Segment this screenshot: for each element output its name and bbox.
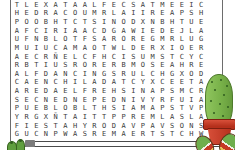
letter-cell[interactable]: F xyxy=(12,122,22,131)
letter-cell[interactable]: E xyxy=(60,53,70,62)
letter-cell[interactable]: S xyxy=(187,10,197,19)
letter-cell[interactable]: E xyxy=(148,27,158,36)
letter-cell[interactable]: U xyxy=(22,44,32,53)
letter-cell[interactable]: I xyxy=(138,10,148,19)
letter-cell[interactable]: A xyxy=(80,44,90,53)
letter-cell[interactable]: T xyxy=(80,18,90,27)
letter-cell[interactable]: P xyxy=(177,10,187,19)
letter-cell[interactable]: E xyxy=(167,1,177,10)
letter-cell[interactable]: C xyxy=(60,10,70,19)
letter-cell[interactable]: E xyxy=(157,61,167,70)
letter-cell[interactable]: A xyxy=(167,10,177,19)
letter-cell[interactable]: R xyxy=(12,61,22,70)
letter-cell[interactable]: Y xyxy=(12,113,22,122)
letter-cell[interactable]: S xyxy=(157,53,167,62)
letter-cell[interactable]: A xyxy=(90,79,100,88)
letter-cell[interactable]: E xyxy=(80,96,90,105)
letter-cell[interactable]: A xyxy=(119,27,129,36)
letter-cell[interactable]: I xyxy=(128,87,138,96)
letter-cell[interactable]: E xyxy=(99,96,109,105)
letter-cell[interactable]: A xyxy=(51,70,61,79)
letter-cell[interactable]: C xyxy=(196,53,206,62)
letter-cell[interactable]: S xyxy=(157,130,167,139)
letter-cell[interactable]: F xyxy=(90,53,100,62)
letter-cell[interactable]: M xyxy=(177,87,187,96)
letter-cell[interactable]: L xyxy=(70,53,80,62)
letter-cell[interactable]: M xyxy=(138,105,148,114)
letter-cell[interactable]: P xyxy=(138,122,148,131)
letter-cell[interactable]: I xyxy=(187,96,197,105)
letter-cell[interactable]: A xyxy=(12,27,22,36)
letter-cell[interactable]: L xyxy=(157,113,167,122)
letter-cell[interactable]: A xyxy=(12,87,22,96)
letter-cell[interactable]: M xyxy=(90,10,100,19)
letter-cell[interactable]: P xyxy=(119,113,129,122)
letter-cell[interactable]: T xyxy=(177,105,187,114)
letter-cell[interactable]: B xyxy=(157,18,167,27)
letter-cell[interactable]: C xyxy=(177,130,187,139)
letter-cell[interactable]: P xyxy=(12,105,22,114)
letter-cell[interactable]: M xyxy=(148,113,158,122)
letter-cell[interactable]: U xyxy=(51,61,61,70)
letter-cell[interactable]: M xyxy=(109,130,119,139)
letter-cell[interactable]: S xyxy=(148,61,158,70)
letter-cell[interactable]: L xyxy=(187,27,197,36)
letter-cell[interactable]: X xyxy=(138,18,148,27)
letter-cell[interactable]: I xyxy=(41,61,51,70)
letter-cell[interactable]: O xyxy=(60,105,70,114)
letter-cell[interactable]: G xyxy=(148,36,158,45)
letter-cell[interactable]: A xyxy=(80,1,90,10)
letter-cell[interactable]: T xyxy=(119,79,129,88)
letter-cell[interactable]: N xyxy=(187,122,197,131)
letter-cell[interactable]: L xyxy=(80,105,90,114)
letter-cell[interactable]: P xyxy=(51,130,61,139)
letter-cell[interactable]: N xyxy=(70,96,80,105)
letter-cell[interactable]: C xyxy=(119,1,129,10)
letter-cell[interactable]: O xyxy=(80,61,90,70)
letter-cell[interactable]: T xyxy=(148,1,158,10)
letter-cell[interactable]: I xyxy=(138,27,148,36)
letter-cell[interactable]: W xyxy=(128,27,138,36)
letter-cell[interactable]: N xyxy=(90,70,100,79)
letter-cell[interactable]: R xyxy=(22,113,32,122)
letter-cell[interactable]: X xyxy=(41,113,51,122)
letter-cell[interactable]: O xyxy=(70,10,80,19)
letter-cell[interactable]: A xyxy=(51,87,61,96)
letter-cell[interactable]: R xyxy=(90,122,100,131)
letter-cell[interactable]: S xyxy=(90,36,100,45)
letter-cell[interactable]: R xyxy=(128,36,138,45)
letter-cell[interactable]: E xyxy=(31,1,41,10)
letter-cell[interactable]: L xyxy=(90,1,100,10)
letter-cell[interactable]: U xyxy=(22,130,32,139)
letter-cell[interactable]: F xyxy=(22,36,32,45)
letter-cell[interactable]: A xyxy=(148,105,158,114)
letter-cell[interactable]: L xyxy=(187,113,197,122)
letter-cell[interactable]: H xyxy=(157,70,167,79)
letter-cell[interactable]: Y xyxy=(148,96,158,105)
letter-cell[interactable]: V xyxy=(138,96,148,105)
letter-cell[interactable]: D xyxy=(31,10,41,19)
letter-cell[interactable]: E xyxy=(109,1,119,10)
letter-cell[interactable]: T xyxy=(167,130,177,139)
letter-cell[interactable]: S xyxy=(60,61,70,70)
letter-cell[interactable]: P xyxy=(157,105,167,114)
letter-cell[interactable]: R xyxy=(196,44,206,53)
letter-cell[interactable]: E xyxy=(22,96,32,105)
letter-cell[interactable]: L xyxy=(22,70,32,79)
letter-cell[interactable]: H xyxy=(109,87,119,96)
letter-cell[interactable]: T xyxy=(70,36,80,45)
letter-cell[interactable]: T xyxy=(148,130,158,139)
letter-cell[interactable]: M xyxy=(128,61,138,70)
letter-cell[interactable]: C xyxy=(70,18,80,27)
letter-cell[interactable]: O xyxy=(22,18,32,27)
letter-cell[interactable]: O xyxy=(119,18,129,27)
letter-cell[interactable]: U xyxy=(187,18,197,27)
letter-cell[interactable]: D xyxy=(109,96,119,105)
letter-cell[interactable]: T xyxy=(90,105,100,114)
letter-cell[interactable]: O xyxy=(119,36,129,45)
letter-cell[interactable]: O xyxy=(99,122,109,131)
letter-cell[interactable]: M xyxy=(157,36,167,45)
letter-cell[interactable]: A xyxy=(99,36,109,45)
letter-cell[interactable]: N xyxy=(31,36,41,45)
letter-cell[interactable]: S xyxy=(12,96,22,105)
letter-cell[interactable]: H xyxy=(187,130,197,139)
letter-cell[interactable]: S xyxy=(128,1,138,10)
letter-cell[interactable]: T xyxy=(99,113,109,122)
letter-cell[interactable]: H xyxy=(99,105,109,114)
letter-cell[interactable]: A xyxy=(128,105,138,114)
letter-cell[interactable]: C xyxy=(31,130,41,139)
letter-cell[interactable]: B xyxy=(119,61,129,70)
letter-cell[interactable]: M xyxy=(12,44,22,53)
letter-cell[interactable]: H xyxy=(51,18,61,27)
letter-cell[interactable]: T xyxy=(60,113,70,122)
letter-cell[interactable]: I xyxy=(70,79,80,88)
letter-cell[interactable]: C xyxy=(157,79,167,88)
letter-cell[interactable]: G xyxy=(12,130,22,139)
letter-cell[interactable]: S xyxy=(109,70,119,79)
letter-cell[interactable]: N xyxy=(148,18,158,27)
letter-cell[interactable]: W xyxy=(60,130,70,139)
letter-cell[interactable]: I xyxy=(128,96,138,105)
letter-cell[interactable]: D xyxy=(157,27,167,36)
letter-cell[interactable]: X xyxy=(157,44,167,53)
letter-cell[interactable]: L xyxy=(177,36,187,45)
letter-cell[interactable]: P xyxy=(109,113,119,122)
letter-cell[interactable]: A xyxy=(109,79,119,88)
letter-cell[interactable]: R xyxy=(99,10,109,19)
letter-cell[interactable]: U xyxy=(187,36,197,45)
letter-cell[interactable]: I xyxy=(41,27,51,36)
letter-cell[interactable]: I xyxy=(167,44,177,53)
letter-cell[interactable]: G xyxy=(196,36,206,45)
letter-cell[interactable]: T xyxy=(90,113,100,122)
letter-cell[interactable]: Ñ xyxy=(51,53,61,62)
letter-cell[interactable]: C xyxy=(12,79,22,88)
letter-cell[interactable]: O xyxy=(31,18,41,27)
letter-cell[interactable]: N xyxy=(60,70,70,79)
letter-cell[interactable]: L xyxy=(70,87,80,96)
letter-cell[interactable]: A xyxy=(167,113,177,122)
letter-cell[interactable]: A xyxy=(138,1,148,10)
letter-cell[interactable]: F xyxy=(99,1,109,10)
letter-cell[interactable]: R xyxy=(138,130,148,139)
letter-cell[interactable]: T xyxy=(60,18,70,27)
letter-cell[interactable]: O xyxy=(177,122,187,131)
letter-cell[interactable]: N xyxy=(41,130,51,139)
letter-cell[interactable]: R xyxy=(109,36,119,45)
letter-cell[interactable]: A xyxy=(119,130,129,139)
letter-cell[interactable]: P xyxy=(12,18,22,27)
letter-cell[interactable]: R xyxy=(167,36,177,45)
letter-cell[interactable]: R xyxy=(51,27,61,36)
letter-cell[interactable]: Y xyxy=(138,79,148,88)
letter-cell[interactable]: P xyxy=(90,96,100,105)
letter-cell[interactable]: D xyxy=(109,122,119,131)
letter-cell[interactable]: T xyxy=(167,53,177,62)
letter-cell[interactable]: A xyxy=(12,53,22,62)
letter-cell[interactable]: C xyxy=(70,70,80,79)
letter-cell[interactable]: S xyxy=(177,113,187,122)
letter-cell[interactable]: N xyxy=(138,87,148,96)
letter-cell[interactable]: H xyxy=(60,79,70,88)
letter-cell[interactable]: A xyxy=(51,1,61,10)
letter-cell[interactable]: X xyxy=(148,79,158,88)
letter-cell[interactable]: D xyxy=(41,70,51,79)
letter-cell[interactable]: L xyxy=(80,79,90,88)
letter-cell[interactable]: A xyxy=(80,27,90,36)
letter-cell[interactable]: C xyxy=(51,79,61,88)
letter-cell[interactable]: M xyxy=(157,1,167,10)
letter-cell[interactable]: D xyxy=(41,87,51,96)
letter-cell[interactable]: O xyxy=(177,44,187,53)
letter-cell[interactable]: O xyxy=(90,44,100,53)
letter-cell[interactable]: S xyxy=(119,87,129,96)
letter-cell[interactable]: E xyxy=(99,130,109,139)
letter-cell[interactable]: S xyxy=(167,122,177,131)
letter-cell[interactable]: B xyxy=(70,105,80,114)
letter-cell[interactable]: A xyxy=(60,44,70,53)
letter-cell[interactable]: O xyxy=(187,70,197,79)
letter-cell[interactable]: R xyxy=(90,87,100,96)
letter-cell[interactable]: E xyxy=(31,122,41,131)
letter-cell[interactable]: C xyxy=(51,44,61,53)
letter-cell[interactable]: F xyxy=(80,36,90,45)
letter-cell[interactable]: J xyxy=(177,27,187,36)
letter-cell[interactable]: E xyxy=(128,130,138,139)
letter-cell[interactable]: I xyxy=(80,70,90,79)
letter-cell[interactable]: W xyxy=(109,44,119,53)
letter-cell[interactable]: M xyxy=(148,53,158,62)
letter-cell[interactable]: E xyxy=(157,10,167,19)
letter-cell[interactable]: G xyxy=(99,70,109,79)
letter-cell[interactable]: V xyxy=(128,122,138,131)
letter-cell[interactable]: N xyxy=(41,79,51,88)
letter-cell[interactable]: U xyxy=(80,10,90,19)
letter-cell[interactable]: A xyxy=(119,10,129,19)
letter-cell[interactable]: S xyxy=(167,87,177,96)
letter-cell[interactable]: R xyxy=(90,61,100,70)
letter-cell[interactable]: H xyxy=(70,122,80,131)
letter-cell[interactable]: E xyxy=(31,87,41,96)
letter-cell[interactable]: F xyxy=(80,87,90,96)
letter-cell[interactable]: U xyxy=(12,36,22,45)
letter-cell[interactable]: I xyxy=(187,1,197,10)
letter-cell[interactable]: G xyxy=(109,27,119,36)
letter-cell[interactable]: A xyxy=(70,1,80,10)
letter-cell[interactable]: E xyxy=(177,1,187,10)
letter-cell[interactable]: E xyxy=(196,61,206,70)
letter-cell[interactable]: A xyxy=(70,113,80,122)
letter-cell[interactable]: A xyxy=(119,122,129,131)
letter-cell[interactable]: G xyxy=(167,70,177,79)
letter-cell[interactable]: I xyxy=(80,113,90,122)
letter-cell[interactable]: H xyxy=(167,18,177,27)
letter-cell[interactable]: E xyxy=(187,44,197,53)
letter-cell[interactable]: F xyxy=(22,27,32,36)
letter-cell[interactable]: C xyxy=(80,53,90,62)
letter-cell[interactable]: T xyxy=(12,1,22,10)
letter-cell[interactable]: M xyxy=(70,44,80,53)
letter-cell[interactable]: A xyxy=(148,122,158,131)
letter-cell[interactable]: P xyxy=(157,87,167,96)
letter-cell[interactable]: I xyxy=(31,44,41,53)
letter-cell[interactable]: T xyxy=(51,122,61,131)
letter-cell[interactable]: X xyxy=(177,70,187,79)
letter-cell[interactable]: U xyxy=(177,96,187,105)
letter-cell[interactable]: E xyxy=(51,96,61,105)
letter-cell[interactable]: D xyxy=(99,27,109,36)
letter-cell[interactable]: I xyxy=(60,27,70,36)
letter-cell[interactable]: T xyxy=(177,18,187,27)
letter-cell[interactable]: B xyxy=(22,61,32,70)
letter-cell[interactable]: D xyxy=(128,18,138,27)
letter-cell[interactable]: R xyxy=(187,61,197,70)
letter-cell[interactable]: S xyxy=(167,105,177,114)
letter-cell[interactable]: D xyxy=(99,79,109,88)
letter-cell[interactable]: R xyxy=(148,44,158,53)
letter-cell[interactable]: C xyxy=(187,87,197,96)
letter-cell[interactable]: B xyxy=(41,105,51,114)
letter-cell[interactable]: R xyxy=(157,96,167,105)
letter-cell[interactable]: D xyxy=(60,96,70,105)
letter-cell[interactable]: E xyxy=(196,18,206,27)
letter-cell[interactable]: U xyxy=(128,70,138,79)
letter-cell[interactable]: H xyxy=(196,10,206,19)
letter-cell[interactable]: O xyxy=(60,36,70,45)
letter-cell[interactable]: C xyxy=(177,53,187,62)
letter-cell[interactable]: H xyxy=(177,61,187,70)
letter-cell[interactable]: A xyxy=(148,87,158,96)
letter-cell[interactable]: T xyxy=(31,61,41,70)
letter-cell[interactable]: E xyxy=(138,44,148,53)
letter-cell[interactable]: T xyxy=(99,44,109,53)
letter-cell[interactable]: E xyxy=(22,10,32,19)
letter-cell[interactable]: V xyxy=(157,122,167,131)
letter-cell[interactable]: U xyxy=(138,53,148,62)
letter-cell[interactable]: R xyxy=(90,130,100,139)
letter-cell[interactable]: S xyxy=(109,105,119,114)
letter-cell[interactable]: T xyxy=(60,1,70,10)
letter-cell[interactable]: R xyxy=(128,113,138,122)
letter-cell[interactable]: L xyxy=(51,105,61,114)
letter-cell[interactable]: A xyxy=(196,79,206,88)
letter-cell[interactable]: D xyxy=(128,44,138,53)
letter-cell[interactable]: L xyxy=(109,10,119,19)
letter-cell[interactable]: I xyxy=(119,53,129,62)
letter-cell[interactable]: Y xyxy=(80,122,90,131)
letter-cell[interactable]: N xyxy=(109,18,119,27)
letter-cell[interactable]: N xyxy=(119,96,129,105)
letter-cell[interactable]: G xyxy=(31,113,41,122)
letter-cell[interactable]: V xyxy=(187,105,197,114)
letter-cell[interactable]: I xyxy=(22,122,32,131)
letter-cell[interactable]: A xyxy=(70,27,80,36)
letter-cell[interactable]: E xyxy=(138,113,148,122)
letter-cell[interactable]: L xyxy=(51,36,61,45)
letter-cell[interactable]: I xyxy=(128,10,138,19)
letter-cell[interactable]: X xyxy=(41,1,51,10)
letter-cell[interactable]: R xyxy=(119,70,129,79)
letter-cell[interactable]: B xyxy=(41,18,51,27)
letter-cell[interactable]: C xyxy=(196,1,206,10)
letter-cell[interactable]: L xyxy=(138,70,148,79)
letter-cell[interactable]: E xyxy=(167,27,177,36)
letter-cell[interactable]: A xyxy=(22,79,32,88)
letter-cell[interactable]: E xyxy=(167,79,177,88)
letter-cell[interactable]: E xyxy=(99,87,109,96)
letter-cell[interactable]: E xyxy=(177,79,187,88)
letter-cell[interactable]: F xyxy=(167,96,177,105)
letter-cell[interactable]: C xyxy=(109,53,119,62)
letter-cell[interactable]: O xyxy=(138,61,148,70)
letter-cell[interactable]: A xyxy=(12,70,22,79)
letter-cell[interactable]: A xyxy=(60,122,70,131)
letter-cell[interactable]: U xyxy=(41,44,51,53)
letter-cell[interactable]: A xyxy=(196,27,206,36)
letter-cell[interactable]: Ñ xyxy=(51,113,61,122)
letter-cell[interactable]: A xyxy=(70,130,80,139)
letter-cell[interactable]: T xyxy=(187,79,197,88)
letter-cell[interactable]: E xyxy=(22,53,32,62)
letter-cell[interactable]: Y xyxy=(187,53,197,62)
letter-cell[interactable]: N xyxy=(41,96,51,105)
letter-cell[interactable]: S xyxy=(80,130,90,139)
letter-cell[interactable]: R xyxy=(41,10,51,19)
letter-cell[interactable]: C xyxy=(31,27,41,36)
letter-cell[interactable]: D xyxy=(196,70,206,79)
letter-cell[interactable]: C xyxy=(148,70,158,79)
letter-cell[interactable]: H xyxy=(12,10,22,19)
letter-cell[interactable]: S xyxy=(128,53,138,62)
letter-cell[interactable]: R xyxy=(22,87,32,96)
letter-cell[interactable]: R xyxy=(109,61,119,70)
letter-cell[interactable]: R xyxy=(41,53,51,62)
letter-cell[interactable]: E xyxy=(60,87,70,96)
letter-cell[interactable]: E xyxy=(31,79,41,88)
letter-cell[interactable]: L xyxy=(119,44,129,53)
letter-cell[interactable]: I xyxy=(99,18,109,27)
letter-cell[interactable]: S xyxy=(90,18,100,27)
letter-cell[interactable]: S xyxy=(41,122,51,131)
letter-cell[interactable]: R xyxy=(148,10,158,19)
letter-cell[interactable]: L xyxy=(22,1,32,10)
letter-cell[interactable]: R xyxy=(70,61,80,70)
